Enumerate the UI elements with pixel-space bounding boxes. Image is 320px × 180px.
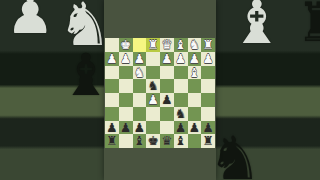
board-square-c3[interactable] — [174, 66, 188, 80]
board-square-e6[interactable] — [146, 107, 160, 121]
board-square-g5[interactable] — [119, 93, 133, 107]
board-square-d3[interactable] — [160, 66, 174, 80]
white-pawn: ♟ — [203, 52, 214, 66]
board-square-b5[interactable] — [188, 93, 202, 107]
board-square-a6[interactable] — [201, 107, 215, 121]
board-square-h6[interactable] — [105, 107, 119, 121]
board-square-h5[interactable] — [105, 93, 119, 107]
board-square-g7[interactable]: ♟ — [119, 121, 133, 135]
black-knight: ♞ — [175, 107, 186, 121]
board-square-h8[interactable]: ♜ — [105, 134, 119, 148]
white-pawn: ♟ — [106, 52, 117, 66]
board-square-d8[interactable]: ♛ — [160, 134, 174, 148]
white-knight: ♞ — [189, 38, 200, 52]
white-rook: ♜ — [148, 38, 159, 52]
vertical-video-strip[interactable]: ♚♜♛♝♞♜♟♟♟♟♟♟♟♞♝♞♟♟♞♟♟♟♟♟♟♜♝♚♛♝♜ — [104, 0, 216, 180]
board-square-e2[interactable] — [146, 52, 160, 66]
black-pawn: ♟ — [161, 93, 172, 107]
black-king: ♚ — [148, 134, 159, 148]
board-square-d1[interactable]: ♛ — [160, 38, 174, 52]
board-square-h4[interactable] — [105, 79, 119, 93]
board-square-a1[interactable]: ♜ — [201, 38, 215, 52]
board-square-b1[interactable]: ♞ — [188, 38, 202, 52]
black-knight: ♞ — [148, 79, 159, 93]
black-pawn: ♟ — [106, 121, 117, 135]
board-square-f3[interactable]: ♞ — [133, 66, 147, 80]
board-square-e1[interactable]: ♜ — [146, 38, 160, 52]
board-square-e4[interactable]: ♞ — [146, 79, 160, 93]
board-square-a5[interactable] — [201, 93, 215, 107]
board-square-d7[interactable] — [160, 121, 174, 135]
board-square-g2[interactable]: ♟ — [119, 52, 133, 66]
board-square-f1[interactable] — [133, 38, 147, 52]
board-square-c6[interactable]: ♞ — [174, 107, 188, 121]
board-square-a2[interactable]: ♟ — [201, 52, 215, 66]
black-pawn: ♟ — [203, 121, 214, 135]
board-square-c7[interactable]: ♟ — [174, 121, 188, 135]
board-square-e3[interactable] — [146, 66, 160, 80]
board-square-b3[interactable]: ♝ — [188, 66, 202, 80]
board-square-c4[interactable] — [174, 79, 188, 93]
board-square-e7[interactable] — [146, 121, 160, 135]
white-pawn: ♟ — [161, 52, 172, 66]
board-square-d4[interactable] — [160, 79, 174, 93]
board-square-c5[interactable] — [174, 93, 188, 107]
board-square-e5[interactable]: ♟ — [146, 93, 160, 107]
board-square-f2[interactable]: ♟ — [133, 52, 147, 66]
board-square-g4[interactable] — [119, 79, 133, 93]
black-queen: ♛ — [161, 134, 172, 148]
board-square-f4[interactable] — [133, 79, 147, 93]
board-square-b8[interactable] — [188, 134, 202, 148]
board-square-e8[interactable]: ♚ — [146, 134, 160, 148]
white-rook: ♜ — [203, 38, 214, 52]
board-square-a7[interactable]: ♟ — [201, 121, 215, 135]
board-square-g8[interactable] — [119, 134, 133, 148]
board-square-g3[interactable] — [119, 66, 133, 80]
board-square-h3[interactable] — [105, 66, 119, 80]
board-square-f8[interactable]: ♝ — [133, 134, 147, 148]
white-pawn: ♟ — [134, 52, 145, 66]
white-pawn: ♟ — [120, 52, 131, 66]
black-bishop: ♝ — [175, 134, 186, 148]
board-square-b2[interactable]: ♟ — [188, 52, 202, 66]
board-square-d6[interactable] — [160, 107, 174, 121]
white-bishop: ♝ — [175, 38, 186, 52]
black-rook: ♜ — [203, 134, 214, 148]
white-knight: ♞ — [134, 66, 145, 80]
white-pawn: ♟ — [189, 52, 200, 66]
black-pawn: ♟ — [134, 121, 145, 135]
board-square-f7[interactable]: ♟ — [133, 121, 147, 135]
board-square-a3[interactable] — [201, 66, 215, 80]
board-square-d2[interactable]: ♟ — [160, 52, 174, 66]
board-square-b7[interactable]: ♟ — [188, 121, 202, 135]
board-square-d5[interactable]: ♟ — [160, 93, 174, 107]
white-queen: ♛ — [161, 38, 172, 52]
board-square-h7[interactable]: ♟ — [105, 121, 119, 135]
black-pawn: ♟ — [175, 121, 186, 135]
black-rook: ♜ — [106, 134, 117, 148]
white-pawn: ♟ — [175, 52, 186, 66]
white-king: ♚ — [120, 38, 131, 52]
board-square-g1[interactable]: ♚ — [119, 38, 133, 52]
board-square-c2[interactable]: ♟ — [174, 52, 188, 66]
board-square-c1[interactable]: ♝ — [174, 38, 188, 52]
board-square-c8[interactable]: ♝ — [174, 134, 188, 148]
shorts-video-frame: { "game": "chess", "scene": "vertical ch… — [0, 0, 320, 180]
board-square-b4[interactable] — [188, 79, 202, 93]
white-bishop: ♝ — [189, 66, 200, 80]
chess-board[interactable]: ♚♜♛♝♞♜♟♟♟♟♟♟♟♞♝♞♟♟♞♟♟♟♟♟♟♜♝♚♛♝♜ — [105, 38, 215, 148]
board-square-h2[interactable]: ♟ — [105, 52, 119, 66]
board-square-b6[interactable] — [188, 107, 202, 121]
board-square-h1[interactable] — [105, 38, 119, 52]
board-square-a4[interactable] — [201, 79, 215, 93]
black-pawn: ♟ — [120, 121, 131, 135]
board-square-g6[interactable] — [119, 107, 133, 121]
black-bishop: ♝ — [134, 134, 145, 148]
black-pawn: ♟ — [189, 121, 200, 135]
board-square-a8[interactable]: ♜ — [201, 134, 215, 148]
white-pawn: ♟ — [148, 93, 159, 107]
board-square-f5[interactable] — [133, 93, 147, 107]
board-square-f6[interactable] — [133, 107, 147, 121]
